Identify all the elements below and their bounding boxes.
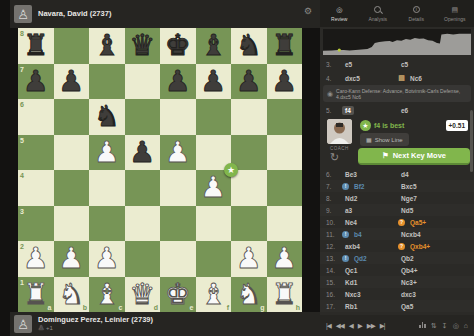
- move-number: 9.: [326, 207, 342, 214]
- square-a2[interactable]: 2♟: [18, 241, 54, 277]
- move-number: 5.: [326, 107, 342, 114]
- square-e4[interactable]: [160, 170, 196, 206]
- flag-icon: ⚑: [382, 151, 389, 160]
- piece-white-pawn: ♟: [23, 244, 49, 273]
- square-c8[interactable]: ♝: [89, 28, 125, 64]
- piece-white-pawn: ♟: [58, 244, 84, 273]
- move-row: 4.dxc5▤Nc6: [320, 71, 474, 85]
- move-number: 16.: [326, 291, 342, 298]
- move-cell[interactable]: Qa5: [398, 302, 454, 311]
- move-cell[interactable]: dxc5: [342, 74, 398, 83]
- square-b6[interactable]: [54, 99, 90, 135]
- back-button[interactable]: ◀: [349, 322, 353, 330]
- opening-name: Caro-Kann Defense: Advance, Botvinnik-Ca…: [336, 88, 467, 100]
- top-player-avatar[interactable]: ♙: [14, 5, 32, 23]
- move-list-current: 5.f4e6: [320, 103, 474, 117]
- tab-review[interactable]: ◎ Review: [320, 0, 359, 27]
- rank-label: 3: [20, 208, 24, 215]
- square-h4[interactable]: [267, 170, 303, 206]
- square-h6[interactable]: [267, 99, 303, 135]
- square-e7[interactable]: ♟: [160, 64, 196, 100]
- square-f7[interactable]: ♟: [196, 64, 232, 100]
- piece-black-pawn: ♟: [200, 67, 226, 96]
- top-player-bar: ♙ Navara, David (2737) ⚙: [10, 0, 320, 28]
- file-label: a: [48, 304, 52, 311]
- review-target-icon: ◎: [336, 6, 342, 14]
- move-cell[interactable]: d4: [398, 170, 454, 179]
- square-a7[interactable]: 7♟: [18, 64, 54, 100]
- move-text: Nxc3: [342, 290, 364, 299]
- move-number: 14.: [326, 267, 342, 274]
- move-text: b4: [351, 230, 365, 239]
- move-cell[interactable]: ?Qxb4+: [398, 242, 454, 251]
- coach-photo: [327, 119, 352, 144]
- square-d7[interactable]: [125, 64, 161, 100]
- coach-section: COACH ★ f4 is best +0.51 ▦ Show Line ↻ ⚑…: [320, 117, 474, 168]
- move-text: e6: [398, 106, 411, 115]
- square-g3[interactable]: [231, 206, 267, 242]
- square-e3[interactable]: [160, 206, 196, 242]
- square-g8[interactable]: ♞: [231, 28, 267, 64]
- settings-gear-icon[interactable]: ⚙: [304, 6, 312, 16]
- move-row: 5.f4e6: [320, 103, 474, 117]
- move-row: 14.Qc1Qb4+: [320, 264, 474, 276]
- rank-label: 7: [20, 66, 24, 73]
- square-f3[interactable]: [196, 206, 232, 242]
- rank-label: 6: [20, 101, 24, 108]
- square-b5[interactable]: [54, 135, 90, 171]
- piece-white-knight: ♞: [58, 280, 84, 309]
- square-f6[interactable]: [196, 99, 232, 135]
- move-cell[interactable]: Bxc5: [398, 182, 454, 191]
- move-cell[interactable]: Nd2: [342, 194, 398, 203]
- download-icon[interactable]: ↧: [442, 322, 448, 330]
- move-number: 4.: [326, 75, 342, 82]
- mistake-move-icon: ?: [398, 243, 405, 250]
- piece-white-pawn: ♟: [200, 173, 226, 202]
- square-c4[interactable]: [89, 170, 125, 206]
- move-text: Ncxb4: [398, 230, 424, 239]
- piece-black-rook: ♜: [23, 31, 49, 60]
- bottom-player-name: Dominguez Perez, Leinier (2739): [38, 316, 153, 324]
- square-h5[interactable]: [267, 135, 303, 171]
- square-f2[interactable]: [196, 241, 232, 277]
- square-d2[interactable]: [125, 241, 161, 277]
- rank-label: 5: [20, 137, 24, 144]
- analysis-panel: ◎ Review Analysis i Details ▤ Openings 3…: [320, 0, 474, 336]
- file-label: b: [83, 304, 87, 311]
- move-text: f4: [342, 106, 354, 115]
- move-text: dxc3: [398, 290, 419, 299]
- move-number: 6.: [326, 171, 342, 178]
- piece-black-pawn: ♟: [271, 67, 297, 96]
- best-move-star-icon: ★: [360, 120, 371, 131]
- move-cell[interactable]: Nc3+: [398, 278, 454, 287]
- move-text: c5: [398, 60, 411, 69]
- move-cell[interactable]: Nd5: [398, 206, 454, 215]
- move-text: Nc6: [407, 74, 425, 83]
- next-key-move-button[interactable]: ⚑ Next Key Move: [358, 148, 470, 165]
- move-cell[interactable]: e6: [398, 106, 454, 115]
- piece-black-pawn: ♟: [23, 67, 49, 96]
- move-cell[interactable]: Kd1: [342, 278, 398, 287]
- move-cell[interactable]: c5: [398, 60, 454, 69]
- move-row: 12.axb4?Qxb4+: [320, 240, 474, 252]
- mistake-move-icon: ?: [398, 219, 405, 226]
- square-g1[interactable]: g♞: [231, 277, 267, 313]
- move-text: a3: [342, 206, 355, 215]
- square-c3[interactable]: [89, 206, 125, 242]
- file-label: d: [154, 304, 158, 311]
- piece-black-bishop: ♝: [94, 31, 120, 60]
- bottom-player-avatar[interactable]: ♙: [14, 315, 32, 333]
- move-row: 8.Nd2Nge7: [320, 192, 474, 204]
- square-c1[interactable]: c♝: [89, 277, 125, 313]
- square-e6[interactable]: [160, 99, 196, 135]
- best-move-star-badge: ★: [224, 163, 238, 177]
- square-b1[interactable]: b♞: [54, 277, 90, 313]
- square-b3[interactable]: [54, 206, 90, 242]
- square-f8[interactable]: ♝: [196, 28, 232, 64]
- square-b2[interactable]: ♟: [54, 241, 90, 277]
- square-b7[interactable]: ♟: [54, 64, 90, 100]
- great-move-icon: !: [342, 255, 349, 262]
- move-cell[interactable]: ▤Nc6: [398, 74, 454, 83]
- move-text: Ne4: [342, 218, 360, 227]
- eval-badge: +0.51: [446, 120, 468, 131]
- great-move-icon: !: [342, 231, 349, 238]
- tab-analysis[interactable]: Analysis: [359, 0, 398, 27]
- piece-white-bishop: ♝: [200, 280, 226, 309]
- analysis-magnifier-icon: [374, 6, 381, 14]
- piece-black-rook: ♜: [271, 31, 297, 60]
- move-row: 17.Rb1Qa5: [320, 300, 474, 312]
- move-text: Nd2: [342, 194, 360, 203]
- piece-black-knight: ♞: [236, 31, 262, 60]
- move-text: d4: [398, 170, 412, 179]
- piece-black-pawn: ♟: [236, 67, 262, 96]
- square-f1[interactable]: f♝: [196, 277, 232, 313]
- square-a8[interactable]: 8♜: [18, 28, 54, 64]
- pawn-avatar-icon: ♙: [17, 7, 29, 22]
- square-d3[interactable]: [125, 206, 161, 242]
- scrollbar-thumb[interactable]: [470, 110, 473, 172]
- move-text: Bxc5: [398, 182, 420, 191]
- square-a6[interactable]: 6: [18, 99, 54, 135]
- square-c5[interactable]: ♟: [89, 135, 125, 171]
- forward-button[interactable]: ▶: [358, 322, 362, 330]
- chart-icon[interactable]: [419, 322, 426, 329]
- piece-white-pawn: ♟: [94, 138, 120, 167]
- piece-white-knight: ♞: [236, 280, 262, 309]
- square-c2[interactable]: ♟: [89, 241, 125, 277]
- move-row: 11.!b4Ncxb4: [320, 228, 474, 240]
- move-cell[interactable]: Ne4: [342, 218, 398, 227]
- square-a5[interactable]: 5: [18, 135, 54, 171]
- pawn-avatar-icon: ♙: [17, 317, 29, 332]
- coach-avatar[interactable]: [327, 119, 352, 144]
- captured-pieces: ♟ +1: [38, 324, 153, 332]
- move-cell[interactable]: e5: [342, 60, 398, 69]
- move-number: 8.: [326, 195, 342, 202]
- move-cell[interactable]: Qb2: [398, 254, 454, 263]
- move-row: 16.Nxc3dxc3: [320, 288, 474, 300]
- move-text: dxc5: [342, 74, 363, 83]
- move-row: 9.a3Nd5: [320, 204, 474, 216]
- move-text: Qa5: [398, 302, 416, 311]
- move-number: 15.: [326, 279, 342, 286]
- move-text: Be3: [342, 170, 360, 179]
- square-h3[interactable]: [267, 206, 303, 242]
- show-line-board-icon: ▦: [366, 136, 372, 143]
- rank-label: 8: [20, 30, 24, 37]
- file-label: f: [227, 304, 229, 311]
- square-a3[interactable]: 3: [18, 206, 54, 242]
- move-text: Kd1: [342, 278, 360, 287]
- square-b4[interactable]: [54, 170, 90, 206]
- piece-white-rook: ♜: [271, 280, 297, 309]
- move-cell[interactable]: a3: [342, 206, 398, 215]
- move-number: 7.: [326, 183, 342, 190]
- evaluation-graph[interactable]: [323, 29, 471, 55]
- square-d5[interactable]: ♟: [125, 135, 161, 171]
- square-a1[interactable]: 1a♜: [18, 277, 54, 313]
- move-cell[interactable]: Qc1: [342, 266, 398, 275]
- move-number: 12.: [326, 243, 342, 250]
- move-row: 6.Be3d4: [320, 168, 474, 180]
- move-text: Qa5+: [407, 218, 429, 227]
- square-g6[interactable]: [231, 99, 267, 135]
- square-a4[interactable]: 4: [18, 170, 54, 206]
- move-text: Nc3+: [398, 278, 420, 287]
- move-text: Qd2: [351, 254, 370, 263]
- opening-book-icon: ◉: [327, 90, 333, 98]
- square-b8[interactable]: [54, 28, 90, 64]
- move-number: 11.: [326, 231, 342, 238]
- move-number: 10.: [326, 219, 342, 226]
- square-h8[interactable]: ♜: [267, 28, 303, 64]
- go-to-start-button[interactable]: |◀: [326, 322, 331, 330]
- square-e5[interactable]: ♟: [160, 135, 196, 171]
- move-text: Bf2: [351, 182, 367, 191]
- bottom-player-bar: ♙ Dominguez Perez, Leinier (2739) ♟ +1: [10, 312, 320, 336]
- piece-white-pawn: ♟: [236, 244, 262, 273]
- piece-black-pawn: ♟: [129, 138, 155, 167]
- move-text: Qb4+: [398, 266, 420, 275]
- coach-message: f4 is best: [374, 122, 443, 129]
- coach-label[interactable]: COACH: [320, 146, 359, 151]
- move-navigation-bar: |◀ ◀◀ ◀ ▶ ▶▶ ▶| ⇅ ↧ ◎ ⌂: [320, 315, 474, 336]
- move-text: Rb1: [342, 302, 360, 311]
- piece-black-bishop: ♝: [200, 31, 226, 60]
- file-label: e: [190, 304, 194, 311]
- file-label: h: [296, 304, 300, 311]
- piece-black-knight: ♞: [94, 102, 120, 131]
- square-e2[interactable]: [160, 241, 196, 277]
- top-player-name: Navara, David (2737): [38, 10, 111, 18]
- move-cell[interactable]: dxc3: [398, 290, 454, 299]
- move-number: 17.: [326, 303, 342, 310]
- piece-white-queen: ♛: [129, 280, 155, 309]
- move-number: 13.: [326, 255, 342, 262]
- move-text: e5: [342, 60, 355, 69]
- piece-black-pawn: ♟: [58, 67, 84, 96]
- openings-book-icon: ▤: [451, 6, 458, 14]
- move-number: 3.: [326, 61, 342, 68]
- details-info-icon: i: [413, 6, 420, 14]
- square-e1[interactable]: e♚: [160, 277, 196, 313]
- move-cell[interactable]: Be3: [342, 170, 398, 179]
- tab-details[interactable]: i Details: [397, 0, 436, 27]
- piece-white-bishop: ♝: [94, 280, 120, 309]
- square-d8[interactable]: ♛: [125, 28, 161, 64]
- book-move-icon: ▤: [398, 75, 405, 82]
- square-h2[interactable]: ♟: [267, 241, 303, 277]
- move-cell[interactable]: f4: [342, 106, 398, 115]
- piece-black-queen: ♛: [129, 31, 155, 60]
- square-h7[interactable]: ♟: [267, 64, 303, 100]
- move-row: 7.!Bf2Bxc5: [320, 180, 474, 192]
- explorer-icon[interactable]: ⌂: [464, 322, 468, 329]
- show-line-button[interactable]: ▦ Show Line: [360, 133, 409, 146]
- square-d1[interactable]: d♛: [125, 277, 161, 313]
- move-text: Qc1: [342, 266, 360, 275]
- move-cell[interactable]: Rb1: [342, 302, 398, 311]
- piece-white-pawn: ♟: [271, 244, 297, 273]
- move-cell[interactable]: !Bf2: [342, 182, 398, 191]
- rank-label: 1: [20, 279, 24, 286]
- file-label: c: [119, 304, 123, 311]
- move-cell[interactable]: !Qd2: [342, 254, 398, 263]
- chess-board[interactable]: 8♜♝♛♚♝♞♜7♟♟♟♟♟♟6♞5♟♟♟4♟32♟♟♟♟♟1a♜b♞c♝d♛e…: [18, 28, 302, 312]
- opening-name-row[interactable]: ◉ Caro-Kann Defense: Advance, Botvinnik-…: [323, 85, 471, 102]
- rank-label: 2: [20, 243, 24, 250]
- move-text: axb4: [342, 242, 363, 251]
- move-text: Qxb4+: [407, 242, 433, 251]
- square-h1[interactable]: h♜: [267, 277, 303, 313]
- square-g7[interactable]: ♟: [231, 64, 267, 100]
- tab-bar: ◎ Review Analysis i Details ▤ Openings: [320, 0, 474, 27]
- piece-white-king: ♚: [165, 280, 191, 309]
- fast-forward-button[interactable]: ▶▶: [367, 322, 375, 330]
- square-d6[interactable]: [125, 99, 161, 135]
- square-c7[interactable]: [89, 64, 125, 100]
- great-move-icon: !: [342, 183, 349, 190]
- move-cell[interactable]: !b4: [342, 230, 398, 239]
- move-text: Nge7: [398, 194, 420, 203]
- captured-pawn-icon: ♟: [38, 324, 44, 331]
- move-row: 13.!Qd2Qb2: [320, 252, 474, 264]
- move-list-main: 6.Be3d47.!Bf2Bxc58.Nd2Nge79.a3Nd510.Ne4?…: [320, 168, 474, 312]
- tab-openings[interactable]: ▤ Openings: [436, 0, 474, 27]
- square-d4[interactable]: [125, 170, 161, 206]
- piece-black-king: ♚: [165, 31, 191, 60]
- square-g2[interactable]: ♟: [231, 241, 267, 277]
- move-list-top: 3.e5c54.dxc5▤Nc6: [320, 57, 474, 85]
- rank-label: 4: [20, 172, 24, 179]
- reset-icon-button[interactable]: ↻: [330, 151, 339, 164]
- move-cell[interactable]: ?Qa5+: [398, 218, 454, 227]
- piece-white-pawn: ♟: [165, 138, 191, 167]
- piece-white-pawn: ♟: [94, 244, 120, 273]
- go-to-end-button[interactable]: ▶|: [380, 322, 385, 330]
- move-text: Nd5: [398, 206, 416, 215]
- move-cell[interactable]: Nge7: [398, 194, 454, 203]
- move-text: Qb2: [398, 254, 417, 263]
- file-label: g: [260, 304, 264, 311]
- move-cell[interactable]: Nxc3: [342, 290, 398, 299]
- move-row: 15.Kd1Nc3+: [320, 276, 474, 288]
- move-cell[interactable]: Qb4+: [398, 266, 454, 275]
- move-row: 10.Ne4?Qa5+: [320, 216, 474, 228]
- flip-board-icon[interactable]: ⇅: [431, 322, 437, 330]
- piece-black-pawn: ♟: [165, 67, 191, 96]
- chess-analysis-app: ♙ Navara, David (2737) ⚙ 8♜♝♛♚♝♞♜7♟♟♟♟♟♟…: [0, 0, 474, 336]
- square-e8[interactable]: ♚: [160, 28, 196, 64]
- fast-back-button[interactable]: ◀◀: [336, 322, 344, 330]
- square-g4[interactable]: [231, 170, 267, 206]
- move-cell[interactable]: Ncxb4: [398, 230, 454, 239]
- move-cell[interactable]: axb4: [342, 242, 398, 251]
- move-row: 3.e5c5: [320, 57, 474, 71]
- piece-white-rook: ♜: [23, 280, 49, 309]
- record-icon[interactable]: ◎: [453, 322, 459, 330]
- square-c6[interactable]: ♞: [89, 99, 125, 135]
